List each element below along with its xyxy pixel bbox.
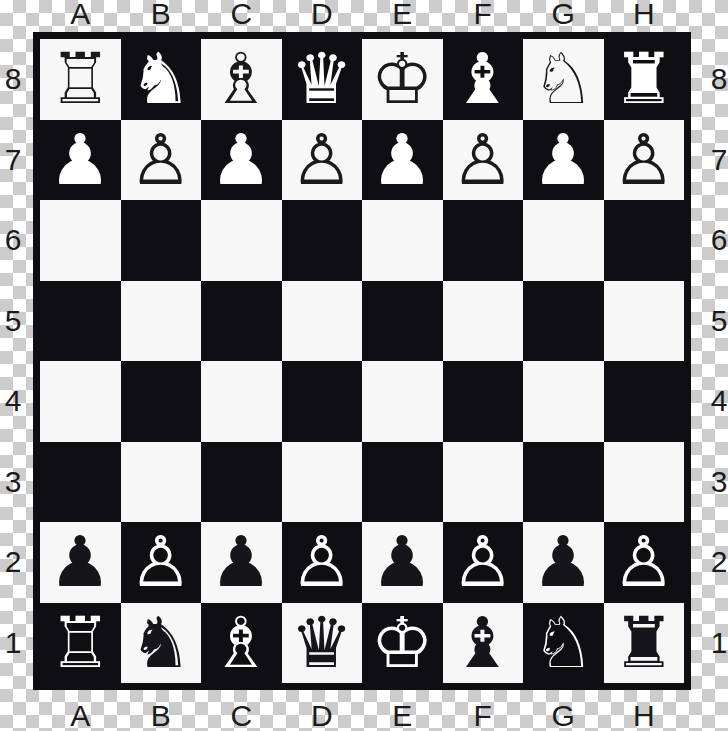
square-h1[interactable]: ♜ [604,603,685,684]
piece-black-knight: ♘ [532,603,595,684]
square-b6[interactable] [121,200,202,281]
piece-white-king: ♔ [371,39,434,120]
rank-labels-right: 87654321 [706,39,728,683]
chessboard: ♖♞♗♛♔♝♘♜♟♙♟♙♟♙♟♙♟♙♟♙♟♙♟♙♖♞♗♛♔♝♘♜ [33,32,691,690]
square-f2[interactable]: ♙ [443,522,524,603]
piece-black-pawn: ♙ [129,522,192,603]
file-label-h-top: H [604,0,685,31]
piece-white-queen: ♛ [290,39,353,120]
square-e4[interactable] [362,361,443,442]
rank-label-7-right: 7 [706,120,728,201]
square-d6[interactable] [282,200,363,281]
rank-label-1-right: 1 [706,603,728,684]
piece-black-rook: ♖ [49,603,112,684]
square-a1[interactable]: ♖ [40,603,121,684]
file-label-h-bottom: H [604,699,685,731]
rank-label-2-left: 2 [0,522,26,603]
square-h2[interactable]: ♙ [604,522,685,603]
piece-black-pawn: ♟ [371,522,434,603]
rank-label-3-right: 3 [706,442,728,523]
piece-white-knight: ♘ [532,39,595,120]
square-e1[interactable]: ♔ [362,603,443,684]
square-g5[interactable] [523,281,604,362]
piece-black-bishop: ♝ [451,603,514,684]
square-b4[interactable] [121,361,202,442]
rank-label-6-left: 6 [0,200,26,281]
square-b5[interactable] [121,281,202,362]
square-g3[interactable] [523,442,604,523]
square-f7[interactable]: ♙ [443,120,524,201]
file-label-d-top: D [282,0,363,31]
piece-white-bishop: ♗ [210,39,273,120]
piece-white-pawn: ♙ [290,120,353,201]
square-d8[interactable]: ♛ [282,39,363,120]
piece-black-pawn: ♟ [532,522,595,603]
file-label-a-bottom: A [40,699,121,731]
square-h5[interactable] [604,281,685,362]
piece-black-pawn: ♟ [210,522,273,603]
piece-black-pawn: ♙ [451,522,514,603]
piece-white-pawn: ♙ [129,120,192,201]
rank-label-4-left: 4 [0,361,26,442]
square-a8[interactable]: ♖ [40,39,121,120]
square-f8[interactable]: ♝ [443,39,524,120]
square-c7[interactable]: ♟ [201,120,282,201]
piece-white-pawn: ♙ [451,120,514,201]
transparent-checker-background: ABCDEFGH ABCDEFGH 87654321 87654321 ♖♞♗♛… [0,0,728,731]
rank-label-7-left: 7 [0,120,26,201]
piece-black-king: ♔ [371,603,434,684]
piece-white-pawn: ♟ [371,120,434,201]
rank-label-4-right: 4 [706,361,728,442]
square-c4[interactable] [201,361,282,442]
file-label-c-bottom: C [201,699,282,731]
square-f1[interactable]: ♝ [443,603,524,684]
rank-label-5-left: 5 [0,281,26,362]
file-labels-top: ABCDEFGH [40,0,684,29]
square-h4[interactable] [604,361,685,442]
square-f5[interactable] [443,281,524,362]
square-c8[interactable]: ♗ [201,39,282,120]
square-h7[interactable]: ♙ [604,120,685,201]
square-b7[interactable]: ♙ [121,120,202,201]
square-a3[interactable] [40,442,121,523]
square-d7[interactable]: ♙ [282,120,363,201]
piece-black-knight: ♞ [129,603,192,684]
file-labels-bottom: ABCDEFGH [40,699,684,731]
square-f4[interactable] [443,361,524,442]
piece-black-bishop: ♗ [210,603,273,684]
square-g2[interactable]: ♟ [523,522,604,603]
square-d4[interactable] [282,361,363,442]
square-c3[interactable] [201,442,282,523]
file-label-b-bottom: B [121,699,202,731]
square-e6[interactable] [362,200,443,281]
square-c1[interactable]: ♗ [201,603,282,684]
square-f6[interactable] [443,200,524,281]
square-b8[interactable]: ♞ [121,39,202,120]
square-g4[interactable] [523,361,604,442]
square-b2[interactable]: ♙ [121,522,202,603]
piece-white-pawn: ♟ [532,120,595,201]
square-d3[interactable] [282,442,363,523]
file-label-e-bottom: E [362,699,443,731]
square-a5[interactable] [40,281,121,362]
file-label-b-top: B [121,0,202,31]
square-h3[interactable] [604,442,685,523]
rank-labels-left: 87654321 [0,39,26,683]
rank-label-1-left: 1 [0,603,26,684]
file-label-c-top: C [201,0,282,31]
file-label-g-top: G [523,0,604,31]
piece-black-rook: ♜ [612,603,675,684]
square-g8[interactable]: ♘ [523,39,604,120]
square-d2[interactable]: ♙ [282,522,363,603]
piece-white-rook: ♜ [612,39,675,120]
square-c5[interactable] [201,281,282,362]
square-f3[interactable] [443,442,524,523]
piece-black-pawn: ♙ [612,522,675,603]
square-h8[interactable]: ♜ [604,39,685,120]
square-a7[interactable]: ♟ [40,120,121,201]
piece-white-pawn: ♟ [49,120,112,201]
square-a2[interactable]: ♟ [40,522,121,603]
square-c6[interactable] [201,200,282,281]
square-a6[interactable] [40,200,121,281]
file-label-d-bottom: D [282,699,363,731]
square-g6[interactable] [523,200,604,281]
square-b1[interactable]: ♞ [121,603,202,684]
square-e5[interactable] [362,281,443,362]
square-c2[interactable]: ♟ [201,522,282,603]
square-a4[interactable] [40,361,121,442]
rank-label-2-right: 2 [706,522,728,603]
square-e7[interactable]: ♟ [362,120,443,201]
piece-white-rook: ♖ [49,39,112,120]
file-label-f-bottom: F [443,699,524,731]
piece-black-pawn: ♟ [49,522,112,603]
rank-label-8-right: 8 [706,39,728,120]
square-b3[interactable] [121,442,202,523]
square-d1[interactable]: ♛ [282,603,363,684]
piece-black-queen: ♛ [290,603,353,684]
file-label-a-top: A [40,0,121,31]
file-label-e-top: E [362,0,443,31]
square-g7[interactable]: ♟ [523,120,604,201]
piece-white-pawn: ♙ [612,120,675,201]
piece-black-pawn: ♙ [290,522,353,603]
file-label-f-top: F [443,0,524,31]
rank-label-8-left: 8 [0,39,26,120]
square-e3[interactable] [362,442,443,523]
rank-label-5-right: 5 [706,281,728,362]
square-h6[interactable] [604,200,685,281]
piece-white-pawn: ♟ [210,120,273,201]
file-label-g-bottom: G [523,699,604,731]
square-d5[interactable] [282,281,363,362]
square-g1[interactable]: ♘ [523,603,604,684]
piece-white-bishop: ♝ [451,39,514,120]
piece-white-knight: ♞ [129,39,192,120]
square-e8[interactable]: ♔ [362,39,443,120]
rank-label-3-left: 3 [0,442,26,523]
rank-label-6-right: 6 [706,200,728,281]
square-e2[interactable]: ♟ [362,522,443,603]
